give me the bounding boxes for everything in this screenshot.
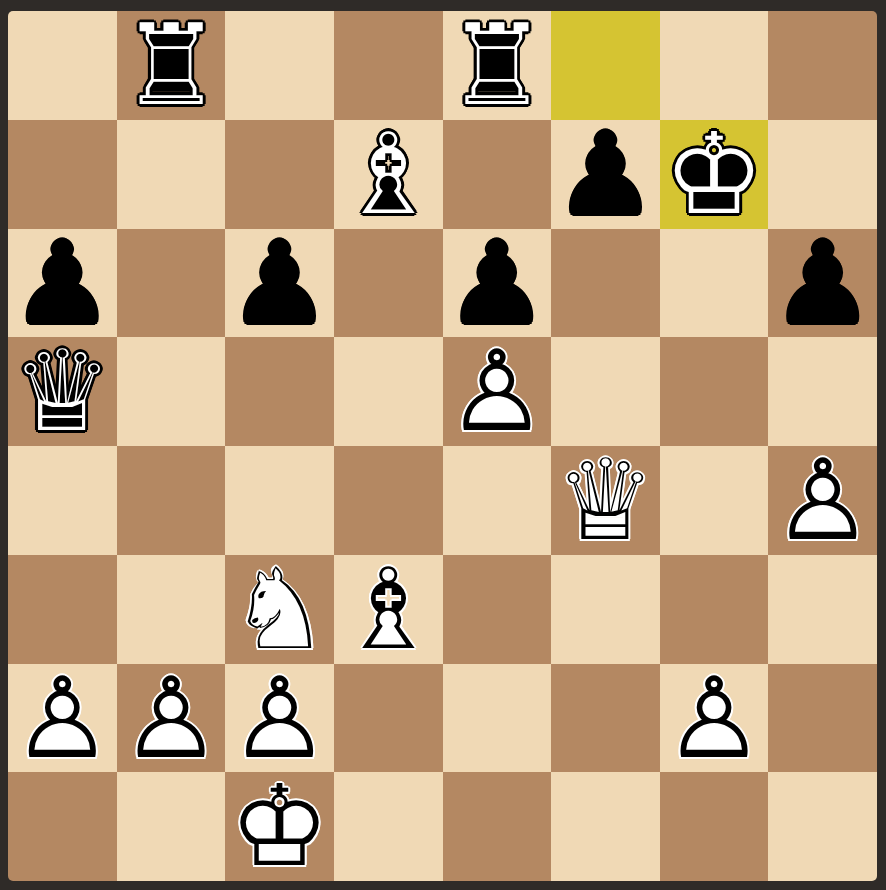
square-h3[interactable]: [768, 555, 877, 664]
board-frame: ♜♖♜♖♝♗♟♙♚♔♟♙♟♙♟♙♟♙♛♕♟♙♛♕♟♙♞♘♝♗♟♙♟♙♟♙♟♙♚♔: [0, 0, 886, 890]
highlighted-square-g7[interactable]: ♚♔: [660, 120, 769, 229]
white-bishop[interactable]: ♝♗: [334, 555, 443, 664]
piece-silhouette: ♞: [225, 555, 334, 664]
square-f1[interactable]: [551, 772, 660, 881]
piece-silhouette: ♟: [443, 229, 552, 338]
square-a3[interactable]: [8, 555, 117, 664]
square-b7[interactable]: [117, 120, 226, 229]
square-g2[interactable]: ♟♙: [660, 664, 769, 773]
square-b5[interactable]: [117, 337, 226, 446]
piece-silhouette: ♛: [551, 446, 660, 555]
piece-outline: ♙: [443, 337, 552, 446]
piece-outline: ♙: [225, 664, 334, 773]
piece-outline: ♙: [768, 446, 877, 555]
square-a7[interactable]: [8, 120, 117, 229]
piece-silhouette: ♝: [334, 120, 443, 229]
square-d3[interactable]: ♝♗: [334, 555, 443, 664]
square-g3[interactable]: [660, 555, 769, 664]
square-e5[interactable]: ♟♙: [443, 337, 552, 446]
square-b1[interactable]: [117, 772, 226, 881]
square-h1[interactable]: [768, 772, 877, 881]
white-pawn[interactable]: ♟♙: [443, 337, 552, 446]
square-c4[interactable]: [225, 446, 334, 555]
square-f6[interactable]: [551, 229, 660, 338]
square-h7[interactable]: [768, 120, 877, 229]
square-h8[interactable]: [768, 11, 877, 120]
piece-silhouette: ♟: [551, 120, 660, 229]
piece-silhouette: ♟: [225, 229, 334, 338]
square-a4[interactable]: [8, 446, 117, 555]
piece-outline: ♕: [8, 337, 117, 446]
piece-outline: ♗: [334, 120, 443, 229]
square-c6[interactable]: ♟♙: [225, 229, 334, 338]
square-e4[interactable]: [443, 446, 552, 555]
square-g1[interactable]: [660, 772, 769, 881]
black-pawn[interactable]: ♟♙: [443, 229, 552, 338]
square-c2[interactable]: ♟♙: [225, 664, 334, 773]
square-a2[interactable]: ♟♙: [8, 664, 117, 773]
square-d1[interactable]: [334, 772, 443, 881]
black-pawn[interactable]: ♟♙: [225, 229, 334, 338]
piece-outline: ♙: [660, 664, 769, 773]
piece-outline: ♗: [334, 555, 443, 664]
square-c1[interactable]: ♚♔: [225, 772, 334, 881]
black-pawn[interactable]: ♟♙: [551, 120, 660, 229]
square-e3[interactable]: [443, 555, 552, 664]
piece-silhouette: ♟: [443, 337, 552, 446]
piece-outline: ♖: [117, 11, 226, 120]
piece-silhouette: ♜: [443, 11, 552, 120]
white-pawn[interactable]: ♟♙: [768, 446, 877, 555]
square-e1[interactable]: [443, 772, 552, 881]
white-knight[interactable]: ♞♘: [225, 555, 334, 664]
square-a8[interactable]: [8, 11, 117, 120]
highlighted-square-f8[interactable]: [551, 11, 660, 120]
square-h6[interactable]: ♟♙: [768, 229, 877, 338]
square-d7[interactable]: ♝♗: [334, 120, 443, 229]
piece-silhouette: ♚: [660, 120, 769, 229]
black-pawn[interactable]: ♟♙: [768, 229, 877, 338]
square-c8[interactable]: [225, 11, 334, 120]
square-d6[interactable]: [334, 229, 443, 338]
square-g6[interactable]: [660, 229, 769, 338]
square-b8[interactable]: ♜♖: [117, 11, 226, 120]
square-g4[interactable]: [660, 446, 769, 555]
square-e2[interactable]: [443, 664, 552, 773]
black-rook[interactable]: ♜♖: [117, 11, 226, 120]
square-f3[interactable]: [551, 555, 660, 664]
piece-silhouette: ♟: [225, 664, 334, 773]
square-h4[interactable]: ♟♙: [768, 446, 877, 555]
square-f2[interactable]: [551, 664, 660, 773]
square-g5[interactable]: [660, 337, 769, 446]
square-a1[interactable]: [8, 772, 117, 881]
square-h5[interactable]: [768, 337, 877, 446]
square-d2[interactable]: [334, 664, 443, 773]
square-f7[interactable]: ♟♙: [551, 120, 660, 229]
square-a6[interactable]: ♟♙: [8, 229, 117, 338]
black-queen[interactable]: ♛♕: [8, 337, 117, 446]
piece-silhouette: ♝: [334, 555, 443, 664]
black-bishop[interactable]: ♝♗: [334, 120, 443, 229]
white-queen[interactable]: ♛♕: [551, 446, 660, 555]
piece-silhouette: ♟: [8, 229, 117, 338]
piece-outline: ♘: [225, 555, 334, 664]
piece-silhouette: ♜: [117, 11, 226, 120]
white-pawn[interactable]: ♟♙: [117, 664, 226, 773]
piece-outline: ♙: [117, 664, 226, 773]
square-d5[interactable]: [334, 337, 443, 446]
square-c3[interactable]: ♞♘: [225, 555, 334, 664]
square-a5[interactable]: ♛♕: [8, 337, 117, 446]
square-f5[interactable]: [551, 337, 660, 446]
piece-silhouette: ♟: [8, 664, 117, 773]
black-rook[interactable]: ♜♖: [443, 11, 552, 120]
piece-outline: ♕: [551, 446, 660, 555]
square-b2[interactable]: ♟♙: [117, 664, 226, 773]
square-g8[interactable]: [660, 11, 769, 120]
piece-silhouette: ♟: [660, 664, 769, 773]
square-d8[interactable]: [334, 11, 443, 120]
piece-outline: ♖: [443, 11, 552, 120]
white-king[interactable]: ♚♔: [225, 772, 334, 881]
piece-silhouette: ♟: [768, 229, 877, 338]
piece-outline: ♔: [660, 120, 769, 229]
piece-silhouette: ♛: [8, 337, 117, 446]
square-e7[interactable]: [443, 120, 552, 229]
square-b3[interactable]: [117, 555, 226, 664]
square-c5[interactable]: [225, 337, 334, 446]
white-pawn[interactable]: ♟♙: [225, 664, 334, 773]
square-e8[interactable]: ♜♖: [443, 11, 552, 120]
piece-outline: ♙: [8, 664, 117, 773]
piece-silhouette: ♟: [117, 664, 226, 773]
black-king[interactable]: ♚♔: [660, 120, 769, 229]
piece-silhouette: ♚: [225, 772, 334, 881]
square-d4[interactable]: [334, 446, 443, 555]
square-h2[interactable]: [768, 664, 877, 773]
square-b6[interactable]: [117, 229, 226, 338]
square-f4[interactable]: ♛♕: [551, 446, 660, 555]
piece-outline: ♔: [225, 772, 334, 881]
square-b4[interactable]: [117, 446, 226, 555]
white-pawn[interactable]: ♟♙: [660, 664, 769, 773]
white-pawn[interactable]: ♟♙: [8, 664, 117, 773]
chess-board: ♜♖♜♖♝♗♟♙♚♔♟♙♟♙♟♙♟♙♛♕♟♙♛♕♟♙♞♘♝♗♟♙♟♙♟♙♟♙♚♔: [8, 11, 877, 881]
square-e6[interactable]: ♟♙: [443, 229, 552, 338]
black-pawn[interactable]: ♟♙: [8, 229, 117, 338]
piece-silhouette: ♟: [768, 446, 877, 555]
square-c7[interactable]: [225, 120, 334, 229]
